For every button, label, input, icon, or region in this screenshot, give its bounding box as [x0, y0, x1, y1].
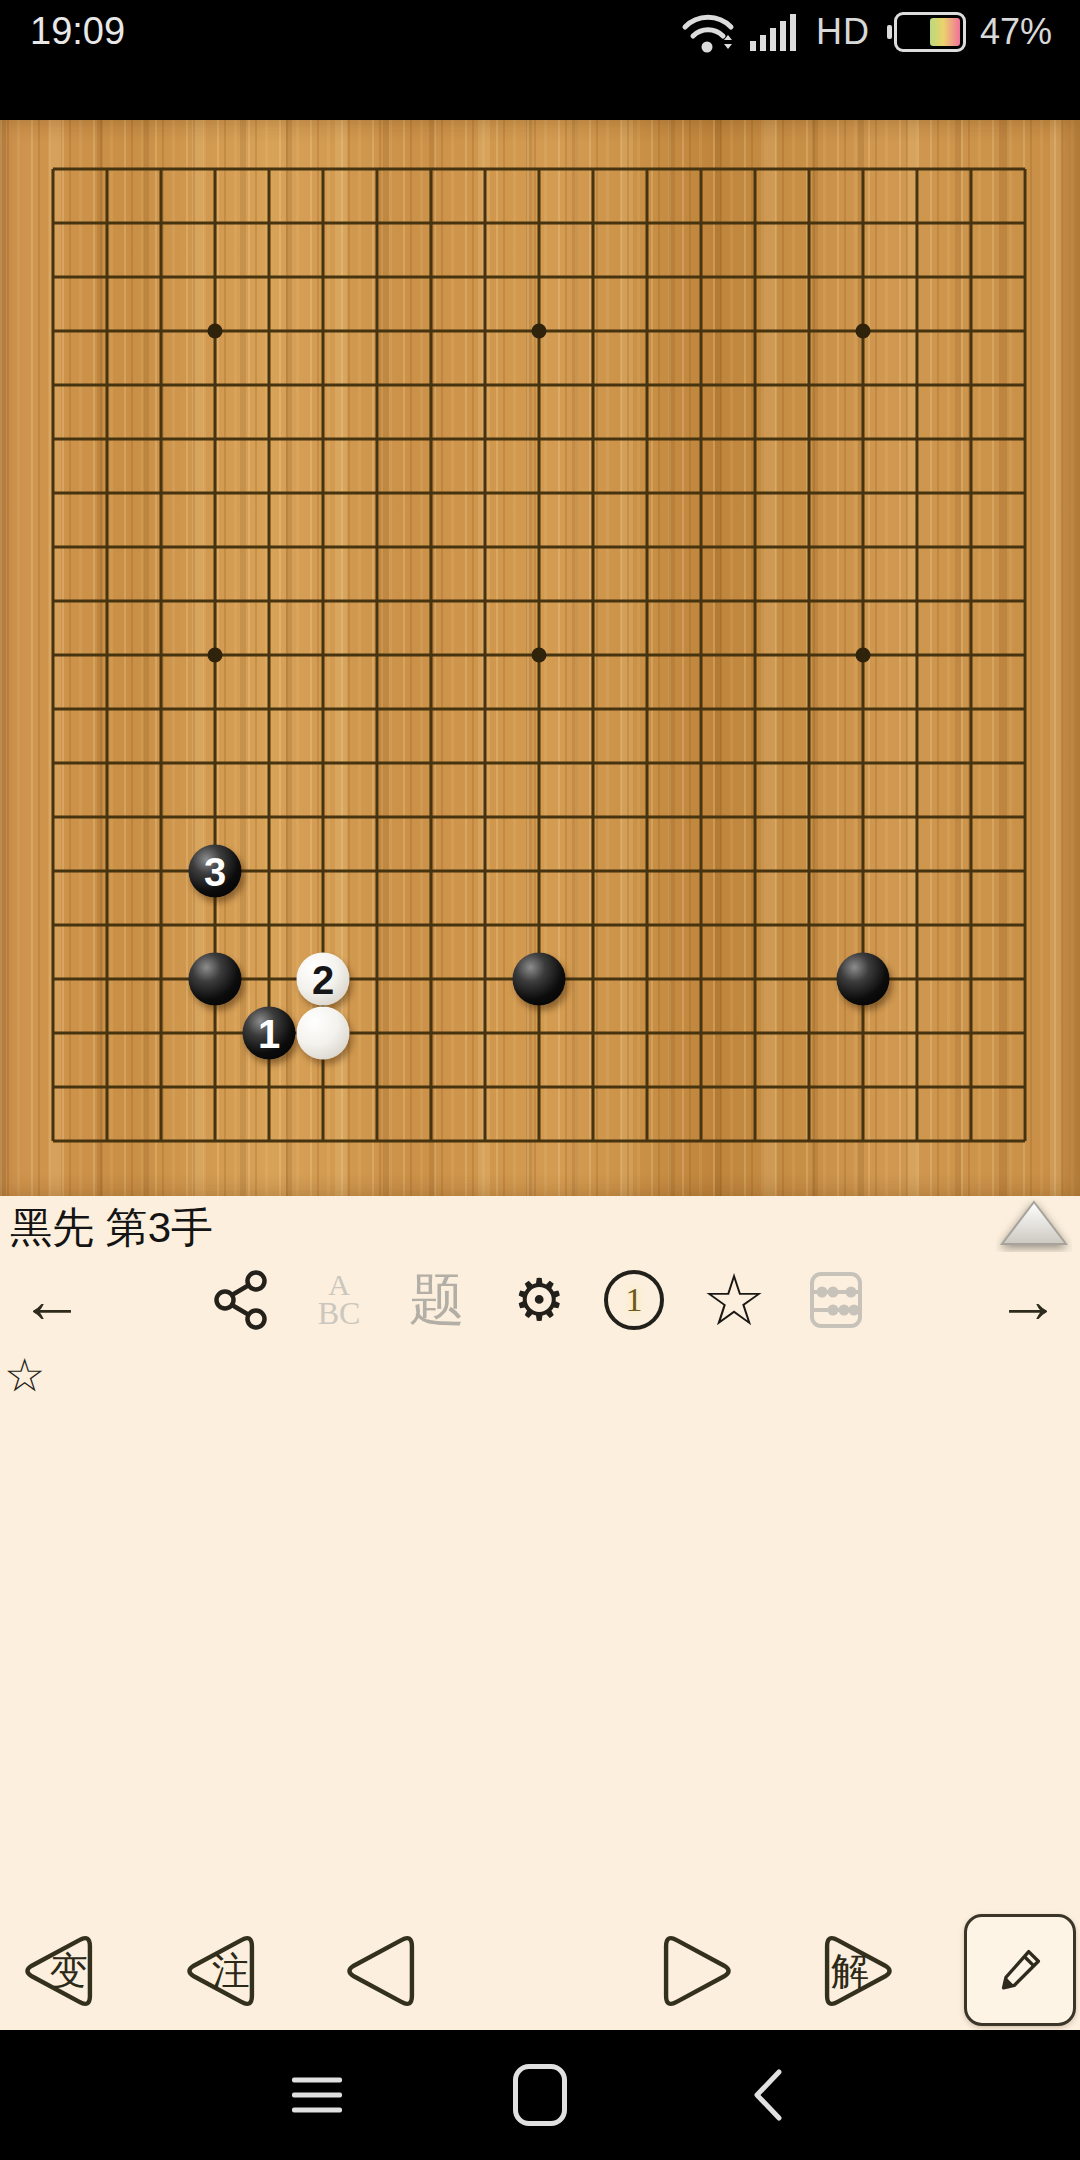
board-intersection[interactable]	[620, 844, 674, 898]
board-intersection[interactable]	[134, 1006, 188, 1060]
board-intersection[interactable]	[512, 898, 566, 952]
board-intersection[interactable]	[242, 898, 296, 952]
board-intersection[interactable]	[728, 304, 782, 358]
board-intersection[interactable]	[566, 1060, 620, 1114]
board-intersection[interactable]	[188, 628, 242, 682]
board-intersection[interactable]	[26, 142, 80, 196]
board-intersection[interactable]: 2	[296, 952, 350, 1006]
board-intersection[interactable]	[404, 790, 458, 844]
board-intersection[interactable]	[836, 1006, 890, 1060]
board-intersection[interactable]	[458, 628, 512, 682]
board-intersection[interactable]	[998, 736, 1052, 790]
board-intersection[interactable]	[674, 358, 728, 412]
variation-button[interactable]: 变	[16, 1924, 104, 2018]
board-intersection[interactable]	[350, 844, 404, 898]
board-intersection[interactable]	[890, 358, 944, 412]
board-intersection[interactable]	[890, 682, 944, 736]
board-intersection[interactable]	[134, 142, 188, 196]
board-intersection[interactable]	[404, 952, 458, 1006]
board-intersection[interactable]	[512, 1006, 566, 1060]
board-intersection[interactable]	[890, 142, 944, 196]
board-intersection[interactable]	[80, 790, 134, 844]
board-intersection[interactable]	[944, 736, 998, 790]
next-problem-button[interactable]: →	[996, 1268, 1060, 1332]
board-intersection[interactable]	[782, 628, 836, 682]
board-intersection[interactable]	[80, 466, 134, 520]
next-move-button[interactable]	[652, 1924, 740, 2018]
board-intersection[interactable]	[566, 952, 620, 1006]
board-intersection[interactable]	[836, 412, 890, 466]
board-intersection[interactable]	[134, 898, 188, 952]
board-intersection[interactable]	[242, 574, 296, 628]
board-intersection[interactable]	[620, 736, 674, 790]
board-intersection[interactable]	[998, 142, 1052, 196]
board-intersection[interactable]	[836, 1114, 890, 1168]
board-intersection[interactable]	[620, 574, 674, 628]
board-intersection[interactable]	[728, 952, 782, 1006]
board-intersection[interactable]	[296, 682, 350, 736]
board-intersection[interactable]	[998, 196, 1052, 250]
board-intersection[interactable]	[566, 736, 620, 790]
board-intersection[interactable]	[728, 412, 782, 466]
board-intersection[interactable]	[512, 952, 566, 1006]
board-intersection[interactable]	[836, 736, 890, 790]
board-intersection[interactable]	[728, 628, 782, 682]
board-intersection[interactable]	[836, 358, 890, 412]
board-intersection[interactable]	[620, 898, 674, 952]
board-intersection[interactable]	[134, 358, 188, 412]
board-intersection[interactable]	[512, 1060, 566, 1114]
board-intersection[interactable]	[674, 790, 728, 844]
board-intersection[interactable]	[26, 736, 80, 790]
board-intersection[interactable]	[458, 790, 512, 844]
board-intersection[interactable]: 1	[242, 1006, 296, 1060]
board-intersection[interactable]	[350, 250, 404, 304]
board-intersection[interactable]	[134, 412, 188, 466]
board-intersection[interactable]	[836, 466, 890, 520]
board-intersection[interactable]	[944, 196, 998, 250]
board-intersection[interactable]	[296, 1060, 350, 1114]
board-intersection[interactable]	[296, 898, 350, 952]
board-intersection[interactable]	[944, 574, 998, 628]
board-intersection[interactable]	[458, 682, 512, 736]
board-intersection[interactable]	[80, 1006, 134, 1060]
board-intersection[interactable]	[782, 520, 836, 574]
board-intersection[interactable]	[998, 358, 1052, 412]
board-intersection[interactable]	[188, 682, 242, 736]
board-intersection[interactable]	[944, 1006, 998, 1060]
board-intersection[interactable]	[134, 466, 188, 520]
board-intersection[interactable]	[890, 520, 944, 574]
board-intersection[interactable]	[836, 790, 890, 844]
recent-apps-button[interactable]	[292, 2068, 342, 2123]
board-intersection[interactable]	[26, 682, 80, 736]
board-intersection[interactable]	[26, 520, 80, 574]
board-intersection[interactable]	[188, 520, 242, 574]
board-intersection[interactable]	[134, 520, 188, 574]
board-intersection[interactable]	[674, 196, 728, 250]
board-intersection[interactable]	[458, 466, 512, 520]
board-intersection[interactable]	[944, 412, 998, 466]
board-intersection[interactable]	[728, 844, 782, 898]
board-intersection[interactable]	[620, 196, 674, 250]
board-intersection[interactable]	[350, 952, 404, 1006]
board-intersection[interactable]	[26, 250, 80, 304]
board-intersection[interactable]	[512, 358, 566, 412]
board-intersection[interactable]	[134, 844, 188, 898]
board-intersection[interactable]	[242, 628, 296, 682]
board-intersection[interactable]	[512, 520, 566, 574]
board-intersection[interactable]	[512, 1114, 566, 1168]
board-intersection[interactable]	[674, 898, 728, 952]
board-intersection[interactable]	[458, 142, 512, 196]
board-intersection[interactable]	[620, 466, 674, 520]
board-intersection[interactable]	[890, 304, 944, 358]
board-intersection[interactable]	[512, 304, 566, 358]
move-numbers-button[interactable]: 1	[604, 1270, 664, 1330]
board-intersection[interactable]	[674, 466, 728, 520]
board-intersection[interactable]	[188, 358, 242, 412]
board-intersection[interactable]	[998, 574, 1052, 628]
board-intersection[interactable]	[404, 736, 458, 790]
board-intersection[interactable]	[512, 574, 566, 628]
board-intersection[interactable]	[26, 1006, 80, 1060]
board-intersection[interactable]	[782, 1060, 836, 1114]
board-intersection[interactable]	[890, 412, 944, 466]
board-intersection[interactable]	[26, 898, 80, 952]
board-intersection[interactable]	[350, 736, 404, 790]
board-intersection[interactable]	[26, 304, 80, 358]
board-intersection[interactable]	[782, 898, 836, 952]
board-intersection[interactable]	[728, 1114, 782, 1168]
board-intersection[interactable]	[134, 304, 188, 358]
board-intersection[interactable]	[620, 412, 674, 466]
board-intersection[interactable]	[836, 250, 890, 304]
board-intersection[interactable]	[404, 412, 458, 466]
board-intersection[interactable]	[188, 250, 242, 304]
edit-mode-button[interactable]	[964, 1914, 1076, 2026]
board-intersection[interactable]	[890, 790, 944, 844]
board-intersection[interactable]	[458, 952, 512, 1006]
board-intersection[interactable]	[134, 628, 188, 682]
board-intersection[interactable]	[782, 682, 836, 736]
board-intersection[interactable]	[998, 844, 1052, 898]
board-intersection[interactable]	[512, 466, 566, 520]
board-intersection[interactable]	[404, 142, 458, 196]
board-intersection[interactable]	[566, 898, 620, 952]
board-intersection[interactable]	[80, 952, 134, 1006]
board-intersection[interactable]	[350, 520, 404, 574]
board-intersection[interactable]	[944, 790, 998, 844]
board-intersection[interactable]	[404, 520, 458, 574]
board-intersection[interactable]	[944, 250, 998, 304]
board-intersection[interactable]	[998, 898, 1052, 952]
board-intersection[interactable]	[512, 412, 566, 466]
board-intersection[interactable]	[458, 1006, 512, 1060]
board-intersection[interactable]	[350, 412, 404, 466]
board-intersection[interactable]	[296, 142, 350, 196]
board-intersection[interactable]	[26, 844, 80, 898]
board-intersection[interactable]	[890, 1060, 944, 1114]
board-intersection[interactable]	[404, 466, 458, 520]
annotation-button[interactable]: 注	[178, 1924, 266, 2018]
board-intersection[interactable]	[944, 1114, 998, 1168]
board-intersection[interactable]	[80, 682, 134, 736]
board-intersection[interactable]	[620, 520, 674, 574]
board-intersection[interactable]	[566, 466, 620, 520]
board-intersection[interactable]	[620, 1006, 674, 1060]
back-button[interactable]	[751, 2067, 785, 2123]
board-intersection[interactable]	[944, 682, 998, 736]
board-intersection[interactable]	[188, 1006, 242, 1060]
board-intersection[interactable]	[26, 358, 80, 412]
board-intersection[interactable]	[620, 304, 674, 358]
board-intersection[interactable]	[944, 142, 998, 196]
board-intersection[interactable]	[242, 952, 296, 1006]
board-intersection[interactable]	[296, 358, 350, 412]
board-intersection[interactable]	[350, 466, 404, 520]
board-intersection[interactable]	[728, 196, 782, 250]
board-intersection[interactable]	[998, 250, 1052, 304]
board-intersection[interactable]	[242, 250, 296, 304]
board-intersection[interactable]	[566, 520, 620, 574]
board-intersection[interactable]	[242, 736, 296, 790]
board-intersection[interactable]	[998, 1114, 1052, 1168]
board-intersection[interactable]	[620, 1114, 674, 1168]
board-intersection[interactable]	[26, 1060, 80, 1114]
board-intersection[interactable]	[998, 628, 1052, 682]
board-intersection[interactable]	[674, 142, 728, 196]
board-intersection[interactable]	[188, 574, 242, 628]
board-intersection[interactable]	[674, 844, 728, 898]
board-intersection[interactable]	[998, 304, 1052, 358]
solution-button[interactable]: 解	[813, 1924, 901, 2018]
board-intersection[interactable]	[566, 682, 620, 736]
board-intersection[interactable]	[836, 142, 890, 196]
board-intersection[interactable]	[998, 682, 1052, 736]
board-intersection[interactable]	[404, 1114, 458, 1168]
board-intersection[interactable]	[782, 196, 836, 250]
board-intersection[interactable]	[944, 304, 998, 358]
board-intersection[interactable]	[566, 142, 620, 196]
board-intersection[interactable]	[890, 736, 944, 790]
previous-move-button[interactable]	[338, 1924, 426, 2018]
board-intersection[interactable]	[782, 736, 836, 790]
board-intersection[interactable]	[782, 844, 836, 898]
board-intersection[interactable]	[836, 682, 890, 736]
board-intersection[interactable]	[620, 790, 674, 844]
board-intersection[interactable]	[566, 628, 620, 682]
board-intersection[interactable]	[242, 790, 296, 844]
board-intersection[interactable]	[836, 196, 890, 250]
board-intersection[interactable]	[836, 628, 890, 682]
board-intersection[interactable]	[944, 898, 998, 952]
board-intersection[interactable]	[836, 1060, 890, 1114]
board-intersection[interactable]	[296, 790, 350, 844]
board-intersection[interactable]	[566, 790, 620, 844]
board-intersection[interactable]	[674, 574, 728, 628]
board-intersection[interactable]	[566, 1006, 620, 1060]
board-intersection[interactable]	[134, 196, 188, 250]
problem-list-button[interactable]: 题	[409, 1272, 465, 1328]
board-intersection[interactable]	[674, 628, 728, 682]
board-intersection[interactable]	[512, 196, 566, 250]
board-intersection[interactable]	[188, 1060, 242, 1114]
board-intersection[interactable]	[944, 520, 998, 574]
board-intersection[interactable]	[404, 898, 458, 952]
board-intersection[interactable]	[80, 304, 134, 358]
board-intersection[interactable]	[26, 1114, 80, 1168]
board-intersection[interactable]	[26, 412, 80, 466]
board-intersection[interactable]	[26, 574, 80, 628]
board-intersection[interactable]	[728, 466, 782, 520]
board-intersection[interactable]	[782, 1006, 836, 1060]
board-intersection[interactable]	[188, 196, 242, 250]
board-intersection[interactable]	[80, 412, 134, 466]
board-intersection[interactable]	[890, 1006, 944, 1060]
board-intersection[interactable]	[512, 142, 566, 196]
board-intersection[interactable]	[80, 574, 134, 628]
prev-problem-button[interactable]: ←	[20, 1268, 84, 1332]
board-intersection[interactable]	[296, 1006, 350, 1060]
board-intersection[interactable]	[80, 196, 134, 250]
board-intersection[interactable]	[890, 952, 944, 1006]
board-intersection[interactable]	[782, 358, 836, 412]
board-intersection[interactable]	[296, 844, 350, 898]
board-intersection[interactable]	[728, 1060, 782, 1114]
board-intersection[interactable]	[728, 142, 782, 196]
board-intersection[interactable]	[296, 304, 350, 358]
board-intersection[interactable]	[458, 196, 512, 250]
board-intersection[interactable]	[782, 952, 836, 1006]
board-intersection[interactable]	[80, 1060, 134, 1114]
board-intersection[interactable]	[350, 574, 404, 628]
board-intersection[interactable]	[782, 1114, 836, 1168]
board-intersection[interactable]	[512, 250, 566, 304]
board-intersection[interactable]	[728, 1006, 782, 1060]
board-intersection[interactable]: 3	[188, 844, 242, 898]
board-intersection[interactable]	[566, 844, 620, 898]
board-intersection[interactable]	[674, 682, 728, 736]
board-intersection[interactable]	[458, 736, 512, 790]
board-intersection[interactable]	[836, 844, 890, 898]
board-intersection[interactable]	[836, 574, 890, 628]
board-intersection[interactable]	[458, 1114, 512, 1168]
board-intersection[interactable]	[296, 736, 350, 790]
board-intersection[interactable]	[404, 682, 458, 736]
board-intersection[interactable]	[188, 304, 242, 358]
board-intersection[interactable]	[296, 520, 350, 574]
board-intersection[interactable]	[134, 682, 188, 736]
board-intersection[interactable]	[944, 466, 998, 520]
board-intersection[interactable]	[80, 358, 134, 412]
board-intersection[interactable]	[134, 1114, 188, 1168]
board-intersection[interactable]	[296, 1114, 350, 1168]
board-intersection[interactable]	[944, 952, 998, 1006]
board-intersection[interactable]	[836, 952, 890, 1006]
board-intersection[interactable]	[350, 1060, 404, 1114]
board-intersection[interactable]	[890, 466, 944, 520]
board-intersection[interactable]	[728, 574, 782, 628]
board-intersection[interactable]	[188, 952, 242, 1006]
board-intersection[interactable]	[242, 304, 296, 358]
board-intersection[interactable]	[944, 1060, 998, 1114]
board-intersection[interactable]	[296, 412, 350, 466]
board-intersection[interactable]	[242, 520, 296, 574]
board-intersection[interactable]	[620, 628, 674, 682]
board-intersection[interactable]	[782, 574, 836, 628]
board-intersection[interactable]	[350, 682, 404, 736]
board-intersection[interactable]	[26, 196, 80, 250]
board-intersection[interactable]	[728, 682, 782, 736]
board-intersection[interactable]	[998, 520, 1052, 574]
board-intersection[interactable]	[404, 250, 458, 304]
board-intersection[interactable]	[890, 898, 944, 952]
board-intersection[interactable]	[296, 574, 350, 628]
board-intersection[interactable]	[458, 898, 512, 952]
board-intersection[interactable]	[674, 952, 728, 1006]
board-intersection[interactable]	[836, 520, 890, 574]
board-intersection[interactable]	[620, 682, 674, 736]
board-intersection[interactable]	[944, 844, 998, 898]
board-intersection[interactable]	[26, 466, 80, 520]
board-intersection[interactable]	[458, 520, 512, 574]
board-intersection[interactable]	[242, 358, 296, 412]
board-intersection[interactable]	[242, 142, 296, 196]
board-intersection[interactable]	[404, 1006, 458, 1060]
board-intersection[interactable]	[566, 196, 620, 250]
board-intersection[interactable]	[728, 358, 782, 412]
home-button[interactable]	[513, 2064, 567, 2126]
share-button[interactable]	[212, 1269, 270, 1331]
board-intersection[interactable]	[80, 898, 134, 952]
board-intersection[interactable]	[566, 358, 620, 412]
board-intersection[interactable]	[458, 358, 512, 412]
board-intersection[interactable]	[242, 196, 296, 250]
board-intersection[interactable]	[350, 1006, 404, 1060]
board-intersection[interactable]	[134, 790, 188, 844]
board-intersection[interactable]	[188, 142, 242, 196]
board-intersection[interactable]	[188, 736, 242, 790]
board-intersection[interactable]	[404, 358, 458, 412]
board-intersection[interactable]	[998, 1060, 1052, 1114]
board-intersection[interactable]	[890, 1114, 944, 1168]
board-intersection[interactable]	[458, 1060, 512, 1114]
board-intersection[interactable]	[890, 844, 944, 898]
board-intersection[interactable]	[728, 250, 782, 304]
board-intersection[interactable]	[26, 790, 80, 844]
board-intersection[interactable]	[242, 682, 296, 736]
board-intersection[interactable]	[782, 250, 836, 304]
board-intersection[interactable]	[566, 304, 620, 358]
coordinates-button[interactable]: A BC	[318, 1271, 361, 1328]
board-intersection[interactable]	[566, 574, 620, 628]
board-intersection[interactable]	[998, 466, 1052, 520]
board-intersection[interactable]	[404, 196, 458, 250]
board-intersection[interactable]	[404, 628, 458, 682]
board-intersection[interactable]	[944, 358, 998, 412]
board-intersection[interactable]	[890, 628, 944, 682]
board-intersection[interactable]	[728, 898, 782, 952]
board-intersection[interactable]	[728, 520, 782, 574]
board-intersection[interactable]	[620, 1060, 674, 1114]
board-intersection[interactable]	[512, 790, 566, 844]
board-intersection[interactable]	[350, 142, 404, 196]
board-intersection[interactable]	[188, 466, 242, 520]
board-intersection[interactable]	[998, 952, 1052, 1006]
board-intersection[interactable]	[512, 682, 566, 736]
board-intersection[interactable]	[620, 250, 674, 304]
